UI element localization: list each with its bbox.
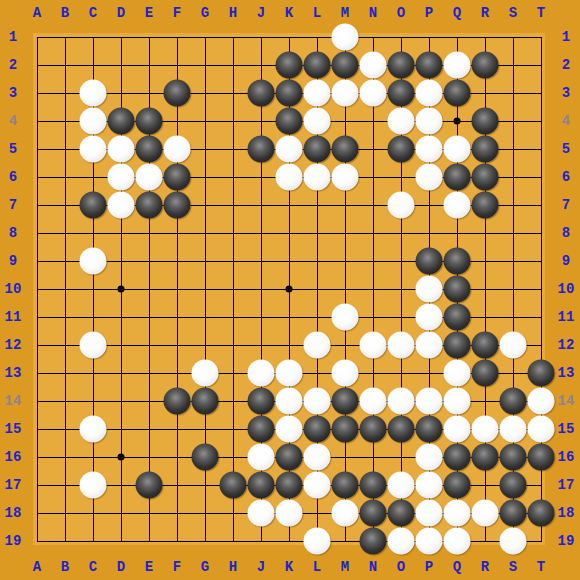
intersection-J19[interactable] <box>247 527 275 555</box>
intersection-K9[interactable] <box>275 247 303 275</box>
intersection-H9[interactable] <box>219 247 247 275</box>
intersection-D5[interactable] <box>107 135 135 163</box>
intersection-M1[interactable] <box>331 23 359 51</box>
intersection-J2[interactable] <box>247 51 275 79</box>
intersection-J5[interactable] <box>247 135 275 163</box>
intersection-Q12[interactable] <box>443 331 471 359</box>
intersection-Q8[interactable] <box>443 219 471 247</box>
intersection-G16[interactable] <box>191 443 219 471</box>
intersection-Q4[interactable] <box>443 107 471 135</box>
intersection-G19[interactable] <box>191 527 219 555</box>
intersection-H19[interactable] <box>219 527 247 555</box>
intersection-A12[interactable] <box>23 331 51 359</box>
intersection-K13[interactable] <box>275 359 303 387</box>
intersection-S6[interactable] <box>499 163 527 191</box>
intersection-C19[interactable] <box>79 527 107 555</box>
intersection-Q6[interactable] <box>443 163 471 191</box>
intersection-A15[interactable] <box>23 415 51 443</box>
intersection-A4[interactable] <box>23 107 51 135</box>
intersection-G11[interactable] <box>191 303 219 331</box>
intersection-D10[interactable] <box>107 275 135 303</box>
intersection-S17[interactable] <box>499 471 527 499</box>
intersection-A5[interactable] <box>23 135 51 163</box>
intersection-Q18[interactable] <box>443 499 471 527</box>
intersection-O6[interactable] <box>387 163 415 191</box>
intersection-J4[interactable] <box>247 107 275 135</box>
intersection-J6[interactable] <box>247 163 275 191</box>
intersection-T10[interactable] <box>527 275 555 303</box>
intersection-E15[interactable] <box>135 415 163 443</box>
intersection-J17[interactable] <box>247 471 275 499</box>
intersection-E11[interactable] <box>135 303 163 331</box>
intersection-G3[interactable] <box>191 79 219 107</box>
intersection-S13[interactable] <box>499 359 527 387</box>
intersection-K5[interactable] <box>275 135 303 163</box>
intersection-M16[interactable] <box>331 443 359 471</box>
intersection-C5[interactable] <box>79 135 107 163</box>
intersection-P16[interactable] <box>415 443 443 471</box>
intersection-L9[interactable] <box>303 247 331 275</box>
intersection-R14[interactable] <box>471 387 499 415</box>
intersection-C18[interactable] <box>79 499 107 527</box>
intersection-C3[interactable] <box>79 79 107 107</box>
intersection-D8[interactable] <box>107 219 135 247</box>
intersection-N4[interactable] <box>359 107 387 135</box>
intersection-K10[interactable] <box>275 275 303 303</box>
intersection-G17[interactable] <box>191 471 219 499</box>
intersection-F13[interactable] <box>163 359 191 387</box>
intersection-F11[interactable] <box>163 303 191 331</box>
intersection-B4[interactable] <box>51 107 79 135</box>
intersection-E6[interactable] <box>135 163 163 191</box>
intersection-R19[interactable] <box>471 527 499 555</box>
intersection-L12[interactable] <box>303 331 331 359</box>
intersection-M9[interactable] <box>331 247 359 275</box>
intersection-S9[interactable] <box>499 247 527 275</box>
intersection-C8[interactable] <box>79 219 107 247</box>
intersection-K16[interactable] <box>275 443 303 471</box>
intersection-Q13[interactable] <box>443 359 471 387</box>
intersection-O19[interactable] <box>387 527 415 555</box>
intersection-G13[interactable] <box>191 359 219 387</box>
intersection-M18[interactable] <box>331 499 359 527</box>
intersection-M15[interactable] <box>331 415 359 443</box>
intersection-L13[interactable] <box>303 359 331 387</box>
intersection-G9[interactable] <box>191 247 219 275</box>
intersection-N9[interactable] <box>359 247 387 275</box>
intersection-B7[interactable] <box>51 191 79 219</box>
intersection-H15[interactable] <box>219 415 247 443</box>
intersection-H4[interactable] <box>219 107 247 135</box>
intersection-R6[interactable] <box>471 163 499 191</box>
intersection-B11[interactable] <box>51 303 79 331</box>
intersection-Q17[interactable] <box>443 471 471 499</box>
intersection-P4[interactable] <box>415 107 443 135</box>
intersection-D11[interactable] <box>107 303 135 331</box>
intersection-N8[interactable] <box>359 219 387 247</box>
intersection-M19[interactable] <box>331 527 359 555</box>
intersection-C1[interactable] <box>79 23 107 51</box>
intersection-T1[interactable] <box>527 23 555 51</box>
intersection-S19[interactable] <box>499 527 527 555</box>
intersection-Q11[interactable] <box>443 303 471 331</box>
intersection-R12[interactable] <box>471 331 499 359</box>
intersection-M17[interactable] <box>331 471 359 499</box>
intersection-C14[interactable] <box>79 387 107 415</box>
intersection-M2[interactable] <box>331 51 359 79</box>
intersection-K19[interactable] <box>275 527 303 555</box>
intersection-H6[interactable] <box>219 163 247 191</box>
intersection-D13[interactable] <box>107 359 135 387</box>
intersection-Q3[interactable] <box>443 79 471 107</box>
intersection-R5[interactable] <box>471 135 499 163</box>
intersection-E7[interactable] <box>135 191 163 219</box>
intersection-L10[interactable] <box>303 275 331 303</box>
intersection-L1[interactable] <box>303 23 331 51</box>
intersection-B10[interactable] <box>51 275 79 303</box>
intersection-L14[interactable] <box>303 387 331 415</box>
intersection-F2[interactable] <box>163 51 191 79</box>
intersection-S16[interactable] <box>499 443 527 471</box>
intersection-N19[interactable] <box>359 527 387 555</box>
intersection-M12[interactable] <box>331 331 359 359</box>
intersection-S2[interactable] <box>499 51 527 79</box>
intersection-M10[interactable] <box>331 275 359 303</box>
intersection-P11[interactable] <box>415 303 443 331</box>
intersection-F9[interactable] <box>163 247 191 275</box>
intersection-Q7[interactable] <box>443 191 471 219</box>
intersection-A3[interactable] <box>23 79 51 107</box>
intersection-H17[interactable] <box>219 471 247 499</box>
intersection-N14[interactable] <box>359 387 387 415</box>
intersection-T6[interactable] <box>527 163 555 191</box>
intersection-A16[interactable] <box>23 443 51 471</box>
intersection-F1[interactable] <box>163 23 191 51</box>
intersection-K1[interactable] <box>275 23 303 51</box>
intersection-D16[interactable] <box>107 443 135 471</box>
intersection-A9[interactable] <box>23 247 51 275</box>
intersection-E1[interactable] <box>135 23 163 51</box>
intersection-J7[interactable] <box>247 191 275 219</box>
intersection-C15[interactable] <box>79 415 107 443</box>
intersection-E9[interactable] <box>135 247 163 275</box>
intersection-N5[interactable] <box>359 135 387 163</box>
intersection-K11[interactable] <box>275 303 303 331</box>
intersection-N6[interactable] <box>359 163 387 191</box>
intersection-O14[interactable] <box>387 387 415 415</box>
intersection-A2[interactable] <box>23 51 51 79</box>
intersection-Q2[interactable] <box>443 51 471 79</box>
intersection-T2[interactable] <box>527 51 555 79</box>
intersection-N10[interactable] <box>359 275 387 303</box>
intersection-T12[interactable] <box>527 331 555 359</box>
intersection-L16[interactable] <box>303 443 331 471</box>
intersection-K3[interactable] <box>275 79 303 107</box>
intersection-N12[interactable] <box>359 331 387 359</box>
intersection-R3[interactable] <box>471 79 499 107</box>
intersection-L2[interactable] <box>303 51 331 79</box>
intersection-R1[interactable] <box>471 23 499 51</box>
intersection-E17[interactable] <box>135 471 163 499</box>
intersection-J9[interactable] <box>247 247 275 275</box>
intersection-F3[interactable] <box>163 79 191 107</box>
intersection-J18[interactable] <box>247 499 275 527</box>
intersection-O10[interactable] <box>387 275 415 303</box>
intersection-T9[interactable] <box>527 247 555 275</box>
intersection-H12[interactable] <box>219 331 247 359</box>
intersection-L6[interactable] <box>303 163 331 191</box>
intersection-E18[interactable] <box>135 499 163 527</box>
intersection-S8[interactable] <box>499 219 527 247</box>
intersection-G15[interactable] <box>191 415 219 443</box>
intersection-O5[interactable] <box>387 135 415 163</box>
intersection-H1[interactable] <box>219 23 247 51</box>
intersection-C17[interactable] <box>79 471 107 499</box>
intersection-K6[interactable] <box>275 163 303 191</box>
intersection-O17[interactable] <box>387 471 415 499</box>
intersection-E2[interactable] <box>135 51 163 79</box>
intersection-P2[interactable] <box>415 51 443 79</box>
intersection-O7[interactable] <box>387 191 415 219</box>
intersection-O18[interactable] <box>387 499 415 527</box>
intersection-H10[interactable] <box>219 275 247 303</box>
intersection-R13[interactable] <box>471 359 499 387</box>
intersection-P9[interactable] <box>415 247 443 275</box>
intersection-M11[interactable] <box>331 303 359 331</box>
intersection-B18[interactable] <box>51 499 79 527</box>
intersection-L5[interactable] <box>303 135 331 163</box>
intersection-L15[interactable] <box>303 415 331 443</box>
intersection-B6[interactable] <box>51 163 79 191</box>
intersection-O1[interactable] <box>387 23 415 51</box>
intersection-N13[interactable] <box>359 359 387 387</box>
intersection-R9[interactable] <box>471 247 499 275</box>
intersection-G18[interactable] <box>191 499 219 527</box>
intersection-K15[interactable] <box>275 415 303 443</box>
intersection-Q1[interactable] <box>443 23 471 51</box>
intersection-A7[interactable] <box>23 191 51 219</box>
intersection-D14[interactable] <box>107 387 135 415</box>
intersection-E4[interactable] <box>135 107 163 135</box>
intersection-N2[interactable] <box>359 51 387 79</box>
intersection-G8[interactable] <box>191 219 219 247</box>
intersection-R18[interactable] <box>471 499 499 527</box>
intersection-H11[interactable] <box>219 303 247 331</box>
intersection-K4[interactable] <box>275 107 303 135</box>
intersection-H2[interactable] <box>219 51 247 79</box>
intersection-D4[interactable] <box>107 107 135 135</box>
intersection-H8[interactable] <box>219 219 247 247</box>
intersection-J13[interactable] <box>247 359 275 387</box>
intersection-C6[interactable] <box>79 163 107 191</box>
intersection-D17[interactable] <box>107 471 135 499</box>
intersection-F7[interactable] <box>163 191 191 219</box>
intersection-M13[interactable] <box>331 359 359 387</box>
intersection-O8[interactable] <box>387 219 415 247</box>
intersection-M5[interactable] <box>331 135 359 163</box>
intersection-N15[interactable] <box>359 415 387 443</box>
intersection-G12[interactable] <box>191 331 219 359</box>
intersection-A14[interactable] <box>23 387 51 415</box>
intersection-D15[interactable] <box>107 415 135 443</box>
intersection-J15[interactable] <box>247 415 275 443</box>
intersection-B17[interactable] <box>51 471 79 499</box>
intersection-J14[interactable] <box>247 387 275 415</box>
intersection-O15[interactable] <box>387 415 415 443</box>
intersection-S5[interactable] <box>499 135 527 163</box>
intersection-Q19[interactable] <box>443 527 471 555</box>
intersection-C10[interactable] <box>79 275 107 303</box>
intersection-D7[interactable] <box>107 191 135 219</box>
intersection-K7[interactable] <box>275 191 303 219</box>
intersection-R16[interactable] <box>471 443 499 471</box>
intersection-L11[interactable] <box>303 303 331 331</box>
intersection-E14[interactable] <box>135 387 163 415</box>
intersection-F18[interactable] <box>163 499 191 527</box>
intersection-B3[interactable] <box>51 79 79 107</box>
intersection-S15[interactable] <box>499 415 527 443</box>
intersection-S1[interactable] <box>499 23 527 51</box>
intersection-T7[interactable] <box>527 191 555 219</box>
intersection-S14[interactable] <box>499 387 527 415</box>
intersection-T5[interactable] <box>527 135 555 163</box>
intersection-Q9[interactable] <box>443 247 471 275</box>
intersection-E3[interactable] <box>135 79 163 107</box>
intersection-O3[interactable] <box>387 79 415 107</box>
intersection-L7[interactable] <box>303 191 331 219</box>
intersection-S3[interactable] <box>499 79 527 107</box>
intersection-S4[interactable] <box>499 107 527 135</box>
intersection-T4[interactable] <box>527 107 555 135</box>
intersection-Q10[interactable] <box>443 275 471 303</box>
intersection-C13[interactable] <box>79 359 107 387</box>
intersection-K18[interactable] <box>275 499 303 527</box>
intersection-G14[interactable] <box>191 387 219 415</box>
intersection-R2[interactable] <box>471 51 499 79</box>
intersection-H3[interactable] <box>219 79 247 107</box>
intersection-L3[interactable] <box>303 79 331 107</box>
intersection-J16[interactable] <box>247 443 275 471</box>
intersection-T14[interactable] <box>527 387 555 415</box>
intersection-P1[interactable] <box>415 23 443 51</box>
intersection-D12[interactable] <box>107 331 135 359</box>
intersection-F15[interactable] <box>163 415 191 443</box>
intersection-L19[interactable] <box>303 527 331 555</box>
intersection-P6[interactable] <box>415 163 443 191</box>
intersection-C11[interactable] <box>79 303 107 331</box>
intersection-A13[interactable] <box>23 359 51 387</box>
intersection-A8[interactable] <box>23 219 51 247</box>
intersection-A1[interactable] <box>23 23 51 51</box>
intersection-O11[interactable] <box>387 303 415 331</box>
intersection-H5[interactable] <box>219 135 247 163</box>
intersection-L17[interactable] <box>303 471 331 499</box>
intersection-E13[interactable] <box>135 359 163 387</box>
intersection-B14[interactable] <box>51 387 79 415</box>
intersection-B19[interactable] <box>51 527 79 555</box>
intersection-T3[interactable] <box>527 79 555 107</box>
intersection-H14[interactable] <box>219 387 247 415</box>
intersection-M3[interactable] <box>331 79 359 107</box>
intersection-K8[interactable] <box>275 219 303 247</box>
intersection-R10[interactable] <box>471 275 499 303</box>
intersection-B15[interactable] <box>51 415 79 443</box>
intersection-M14[interactable] <box>331 387 359 415</box>
intersection-N7[interactable] <box>359 191 387 219</box>
intersection-C2[interactable] <box>79 51 107 79</box>
intersection-E12[interactable] <box>135 331 163 359</box>
intersection-P13[interactable] <box>415 359 443 387</box>
intersection-P18[interactable] <box>415 499 443 527</box>
intersection-D6[interactable] <box>107 163 135 191</box>
intersection-T17[interactable] <box>527 471 555 499</box>
intersection-G2[interactable] <box>191 51 219 79</box>
intersection-R4[interactable] <box>471 107 499 135</box>
intersection-O12[interactable] <box>387 331 415 359</box>
intersection-F12[interactable] <box>163 331 191 359</box>
intersection-R15[interactable] <box>471 415 499 443</box>
intersection-J10[interactable] <box>247 275 275 303</box>
intersection-A11[interactable] <box>23 303 51 331</box>
intersection-H18[interactable] <box>219 499 247 527</box>
intersection-L18[interactable] <box>303 499 331 527</box>
intersection-P8[interactable] <box>415 219 443 247</box>
intersection-E19[interactable] <box>135 527 163 555</box>
intersection-T11[interactable] <box>527 303 555 331</box>
intersection-N17[interactable] <box>359 471 387 499</box>
intersection-F10[interactable] <box>163 275 191 303</box>
intersection-B9[interactable] <box>51 247 79 275</box>
intersection-B8[interactable] <box>51 219 79 247</box>
intersection-A19[interactable] <box>23 527 51 555</box>
intersection-F5[interactable] <box>163 135 191 163</box>
intersection-Q14[interactable] <box>443 387 471 415</box>
intersection-J12[interactable] <box>247 331 275 359</box>
intersection-E8[interactable] <box>135 219 163 247</box>
intersection-E16[interactable] <box>135 443 163 471</box>
intersection-M7[interactable] <box>331 191 359 219</box>
intersection-P19[interactable] <box>415 527 443 555</box>
intersection-O4[interactable] <box>387 107 415 135</box>
intersection-G6[interactable] <box>191 163 219 191</box>
intersection-M4[interactable] <box>331 107 359 135</box>
intersection-S7[interactable] <box>499 191 527 219</box>
intersection-H16[interactable] <box>219 443 247 471</box>
intersection-B13[interactable] <box>51 359 79 387</box>
intersection-D1[interactable] <box>107 23 135 51</box>
intersection-G5[interactable] <box>191 135 219 163</box>
intersection-B2[interactable] <box>51 51 79 79</box>
intersection-F19[interactable] <box>163 527 191 555</box>
intersection-N1[interactable] <box>359 23 387 51</box>
intersection-R17[interactable] <box>471 471 499 499</box>
intersection-M8[interactable] <box>331 219 359 247</box>
intersection-A18[interactable] <box>23 499 51 527</box>
intersection-F17[interactable] <box>163 471 191 499</box>
intersection-N11[interactable] <box>359 303 387 331</box>
intersection-R7[interactable] <box>471 191 499 219</box>
intersection-J8[interactable] <box>247 219 275 247</box>
intersection-F16[interactable] <box>163 443 191 471</box>
intersection-T19[interactable] <box>527 527 555 555</box>
intersection-P15[interactable] <box>415 415 443 443</box>
intersection-D2[interactable] <box>107 51 135 79</box>
intersection-F4[interactable] <box>163 107 191 135</box>
intersection-P17[interactable] <box>415 471 443 499</box>
intersection-N16[interactable] <box>359 443 387 471</box>
intersection-H13[interactable] <box>219 359 247 387</box>
intersection-S18[interactable] <box>499 499 527 527</box>
